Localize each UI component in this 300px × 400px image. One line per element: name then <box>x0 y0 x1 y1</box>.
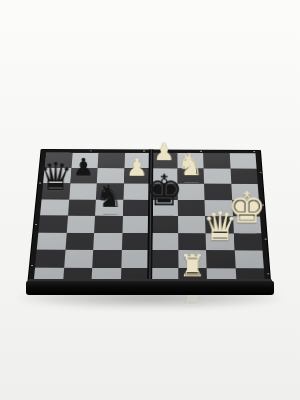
piece-reflection: ♞ <box>95 210 123 239</box>
chess-board: ♟♟♟♟♟♟♞♞♛♛♞♞♚♚♚♚♛♛♜♜ <box>27 149 272 290</box>
square-c3 <box>93 233 122 250</box>
board-scene: ♟♟♟♟♟♟♞♞♛♛♞♞♚♚♚♚♛♛♜♜ <box>0 0 300 400</box>
frame-dot <box>262 205 264 206</box>
square-c5: ♞♞ <box>95 199 123 215</box>
square-c4 <box>94 216 122 233</box>
frame-dot <box>39 183 41 184</box>
square-c2 <box>92 250 121 268</box>
square-h5 <box>232 200 260 217</box>
square-b5 <box>68 199 96 215</box>
square-d8 <box>124 153 151 168</box>
square-b2 <box>64 250 94 268</box>
frame-dot <box>253 151 255 152</box>
square-f6 <box>177 184 204 200</box>
square-g6 <box>204 184 232 200</box>
square-b4 <box>66 216 95 233</box>
square-g5 <box>205 200 233 217</box>
square-f4 <box>178 216 206 233</box>
square-e4 <box>150 216 178 233</box>
square-d5 <box>123 200 151 216</box>
square-h7 <box>230 168 258 184</box>
square-a5 <box>40 199 69 215</box>
square-a4 <box>38 216 67 233</box>
square-e6 <box>150 184 177 200</box>
square-c8 <box>98 153 125 168</box>
frame-dot <box>35 224 38 225</box>
square-h4: ♚♚ <box>233 216 262 233</box>
square-b6 <box>69 183 97 199</box>
square-a7 <box>43 168 71 184</box>
square-d3 <box>121 233 149 250</box>
square-d6 <box>123 184 150 200</box>
square-h6 <box>231 184 259 200</box>
product-photo: ♟♟♟♟♟♟♞♞♛♛♞♞♚♚♚♚♛♛♜♜ <box>0 0 300 400</box>
square-d4 <box>122 216 150 233</box>
square-e8: ♟♟ <box>151 153 177 168</box>
piece-white-pawn: ♟♟ <box>153 141 175 164</box>
frame-dot <box>259 172 261 173</box>
square-b8 <box>71 153 98 168</box>
case-front-edge <box>26 281 274 295</box>
square-f2 <box>178 250 207 268</box>
square-a6: ♛♛ <box>42 183 70 199</box>
frame-dot <box>90 150 92 151</box>
square-e3 <box>150 233 178 250</box>
board-perspective-wrap: ♟♟♟♟♟♟♞♞♛♛♞♞♚♚♚♚♛♛♜♜ <box>27 149 272 290</box>
square-f3 <box>178 233 206 250</box>
square-e7 <box>150 168 177 184</box>
square-d2 <box>121 250 150 268</box>
white-pawn-glyph: ♟ <box>153 141 175 164</box>
square-f8 <box>177 153 204 168</box>
square-b7: ♟♟ <box>70 168 98 184</box>
square-g4 <box>205 216 233 233</box>
square-f5 <box>177 200 205 217</box>
square-a2 <box>35 250 65 268</box>
square-h2 <box>234 250 264 268</box>
square-f7: ♞♞ <box>177 168 204 184</box>
square-c6 <box>96 183 124 199</box>
frame-dot <box>143 150 145 151</box>
frame-dot <box>267 273 270 275</box>
square-g8 <box>203 153 230 168</box>
square-e5: ♚♚ <box>150 200 178 217</box>
square-a3 <box>37 232 66 249</box>
square-h3 <box>233 233 262 250</box>
square-h8 <box>229 153 256 168</box>
square-g3: ♛♛ <box>206 233 235 250</box>
frame-dot <box>200 151 202 152</box>
frame-dot <box>30 265 33 267</box>
square-g2 <box>206 250 235 268</box>
square-c7 <box>97 168 124 184</box>
square-g7 <box>204 168 231 184</box>
square-a8 <box>45 152 73 167</box>
frame-dot <box>264 239 267 241</box>
square-d7: ♟♟ <box>124 168 151 184</box>
square-b3 <box>65 232 94 249</box>
square-e2 <box>149 250 178 268</box>
